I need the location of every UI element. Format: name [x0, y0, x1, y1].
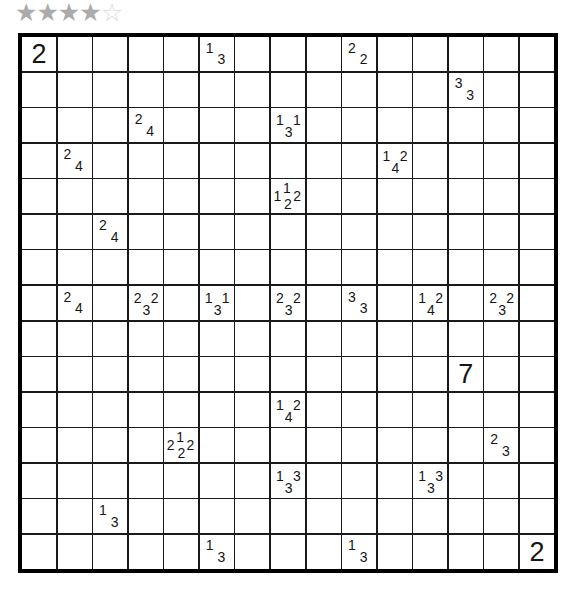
cell-r14c5	[164, 499, 198, 533]
cell-r4c5	[164, 144, 198, 178]
clue-digit: 4	[427, 303, 435, 317]
cell-r12c8	[271, 428, 305, 462]
cell-r7c11	[378, 250, 412, 284]
clue-cell-r1c1: 2	[22, 37, 56, 71]
cell-r7c9	[307, 250, 341, 284]
cell-r15c11	[378, 535, 412, 569]
clue-cell-r15c10: 13	[342, 535, 376, 569]
cell-r4c4	[129, 144, 163, 178]
cell-r7c10	[342, 250, 376, 284]
cell-r5c12	[413, 179, 447, 213]
clue-digit: 3	[435, 469, 443, 483]
clue-digit: 1	[206, 538, 214, 552]
cell-r5c7	[235, 179, 269, 213]
cell-r2c12	[413, 73, 447, 107]
cell-r8c1	[22, 286, 56, 320]
cell-r8c5	[164, 286, 198, 320]
clue-digit: 2	[151, 291, 159, 305]
cell-r15c1	[22, 535, 56, 569]
cell-r9c15	[520, 322, 554, 356]
clue-digit: 2	[293, 189, 301, 203]
cell-r7c13	[449, 250, 483, 284]
cell-r10c3	[93, 357, 127, 391]
cell-r12c10	[342, 428, 376, 462]
cell-r10c14	[484, 357, 518, 391]
clue-digit: 2	[489, 291, 497, 305]
clue-digit: 1	[276, 469, 284, 483]
cell-r11c3	[93, 393, 127, 427]
cell-r15c2	[58, 535, 92, 569]
clue-digit: 4	[75, 159, 83, 173]
cell-r14c10	[342, 499, 376, 533]
clue-digit: 3	[285, 303, 293, 317]
clue-cell-r4c11: 142	[378, 144, 412, 178]
cell-r1c8	[271, 37, 305, 71]
clue-digit: 2	[293, 398, 301, 412]
cell-r5c14	[484, 179, 518, 213]
clue-digit: 2	[135, 112, 143, 126]
clue-cell-r8c4: 232	[129, 286, 163, 320]
clue-digit: 3	[455, 76, 463, 90]
clue-cell-r15c15: 2	[520, 535, 554, 569]
cell-r14c12	[413, 499, 447, 533]
cell-r10c10	[342, 357, 376, 391]
clue-digit: 2	[177, 446, 185, 460]
cell-r9c2	[58, 322, 92, 356]
cell-r9c7	[235, 322, 269, 356]
cell-r7c1	[22, 250, 56, 284]
clue-digit: 2	[284, 197, 292, 211]
clue-digit: 4	[146, 124, 154, 138]
clue-digit: 1	[99, 503, 107, 517]
cell-r11c14	[484, 393, 518, 427]
clue-digit: 1	[418, 291, 426, 305]
cell-r2c4	[129, 73, 163, 107]
cell-r2c7	[235, 73, 269, 107]
cell-r3c6	[200, 108, 234, 142]
clue-digit: 1	[205, 291, 213, 305]
clue-digit: 2	[167, 438, 175, 452]
cell-r14c2	[58, 499, 92, 533]
clue-cell-r8c2: 24	[58, 286, 92, 320]
clue-digit: 1	[348, 538, 356, 552]
cell-r12c7	[235, 428, 269, 462]
cell-r4c9	[307, 144, 341, 178]
cell-r14c15	[520, 499, 554, 533]
cell-r10c1	[22, 357, 56, 391]
cell-r7c3	[93, 250, 127, 284]
cell-r12c11	[378, 428, 412, 462]
clue-digit: 1	[383, 149, 391, 163]
clue-cell-r3c4: 24	[129, 108, 163, 142]
cell-r3c12	[413, 108, 447, 142]
cell-r8c7	[235, 286, 269, 320]
cell-r1c15	[520, 37, 554, 71]
cell-r7c4	[129, 250, 163, 284]
cell-r6c15	[520, 215, 554, 249]
cell-r13c7	[235, 464, 269, 498]
clue-cell-r8c14: 232	[484, 286, 518, 320]
cell-r9c4	[129, 322, 163, 356]
cell-r12c15	[520, 428, 554, 462]
cell-r10c7	[235, 357, 269, 391]
cell-r13c2	[58, 464, 92, 498]
cell-r1c13	[449, 37, 483, 71]
clue-cell-r8c12: 142	[413, 286, 447, 320]
cell-r1c11	[378, 37, 412, 71]
cell-r15c12	[413, 535, 447, 569]
cell-r7c15	[520, 250, 554, 284]
star-empty-icon: ☆	[101, 0, 122, 27]
cell-r3c10	[342, 108, 376, 142]
difficulty-stars: ★★★★☆	[15, 0, 122, 29]
cell-r12c3	[93, 428, 127, 462]
clue-digit: 3	[360, 301, 368, 315]
clue-digit: 3	[498, 303, 506, 317]
cell-r10c15	[520, 357, 554, 391]
clue-cell-r10c13: 7	[449, 357, 483, 391]
cell-r9c3	[93, 322, 127, 356]
cell-r5c9	[307, 179, 341, 213]
cell-r15c5	[164, 535, 198, 569]
cell-r2c10	[342, 73, 376, 107]
clue-cell-r15c6: 13	[200, 535, 234, 569]
cell-r11c2	[58, 393, 92, 427]
cell-r4c13	[449, 144, 483, 178]
clue-digit: 4	[391, 161, 399, 175]
cell-r3c2	[58, 108, 92, 142]
cell-r5c4	[129, 179, 163, 213]
cell-r12c4	[129, 428, 163, 462]
clue-digit: 3	[427, 481, 435, 495]
cell-r3c3	[93, 108, 127, 142]
cell-r2c15	[520, 73, 554, 107]
cell-r11c6	[200, 393, 234, 427]
clue-cell-r12c14: 23	[484, 428, 518, 462]
cell-r2c9	[307, 73, 341, 107]
cell-r11c9	[307, 393, 341, 427]
clue-digit: 1	[176, 430, 184, 444]
cell-r2c14	[484, 73, 518, 107]
cell-r11c7	[235, 393, 269, 427]
cell-r6c12	[413, 215, 447, 249]
cell-r11c11	[378, 393, 412, 427]
cell-r4c6	[200, 144, 234, 178]
cell-r1c4	[129, 37, 163, 71]
star-filled-icon: ★	[36, 0, 57, 27]
cell-r10c5	[164, 357, 198, 391]
cell-r14c4	[129, 499, 163, 533]
star-filled-icon: ★	[58, 0, 79, 27]
clue-cell-r3c8: 131	[271, 108, 305, 142]
cell-r15c4	[129, 535, 163, 569]
cell-r1c7	[235, 37, 269, 71]
cell-r8c11	[378, 286, 412, 320]
clue-cell-r1c6: 13	[200, 37, 234, 71]
cell-r10c8	[271, 357, 305, 391]
cell-r7c5	[164, 250, 198, 284]
cell-r5c11	[378, 179, 412, 213]
cell-r14c13	[449, 499, 483, 533]
cell-r2c11	[378, 73, 412, 107]
clue-digit: 2	[276, 291, 284, 305]
clue-digit: 2	[64, 147, 72, 161]
cell-r14c14	[484, 499, 518, 533]
cell-r6c2	[58, 215, 92, 249]
cell-r6c8	[271, 215, 305, 249]
cell-r2c3	[93, 73, 127, 107]
cell-r12c2	[58, 428, 92, 462]
clue-digit: 3	[217, 52, 225, 66]
tapa-board: 2132233241312414211222424232131232331422…	[18, 33, 558, 573]
cell-r15c3	[93, 535, 127, 569]
clue-digit: 2	[64, 290, 72, 304]
clue-cell-r8c10: 33	[342, 286, 376, 320]
cell-r9c8	[271, 322, 305, 356]
cell-r12c6	[200, 428, 234, 462]
clue-digit: 2	[348, 41, 356, 55]
clue-digit: 1	[222, 291, 230, 305]
cell-r4c15	[520, 144, 554, 178]
cell-r12c12	[413, 428, 447, 462]
cell-r5c10	[342, 179, 376, 213]
cell-r13c9	[307, 464, 341, 498]
cell-r6c11	[378, 215, 412, 249]
cell-r7c2	[58, 250, 92, 284]
cell-r5c13	[449, 179, 483, 213]
cell-r15c8	[271, 535, 305, 569]
clue-digit: 2	[360, 52, 368, 66]
cell-r9c5	[164, 322, 198, 356]
cell-r9c12	[413, 322, 447, 356]
cell-r5c15	[520, 179, 554, 213]
cell-r10c11	[378, 357, 412, 391]
cell-r7c8	[271, 250, 305, 284]
clue-digit: 4	[285, 410, 293, 424]
clue-digit: 4	[111, 230, 119, 244]
cell-r13c13	[449, 464, 483, 498]
cell-r3c13	[449, 108, 483, 142]
clue-digit: 1	[293, 113, 301, 127]
clue-digit: 3	[217, 550, 225, 564]
clue-cell-r13c12: 133	[413, 464, 447, 498]
clue-cell-r14c3: 13	[93, 499, 127, 533]
cell-r3c11	[378, 108, 412, 142]
clue-digit: 1	[418, 469, 426, 483]
clue-digit: 1	[274, 189, 282, 203]
cell-r3c5	[164, 108, 198, 142]
cell-r4c7	[235, 144, 269, 178]
cell-r15c14	[484, 535, 518, 569]
cell-r2c6	[200, 73, 234, 107]
cell-r8c3	[93, 286, 127, 320]
cell-r10c6	[200, 357, 234, 391]
cell-r8c9	[307, 286, 341, 320]
cell-r14c8	[271, 499, 305, 533]
clue-digit: 2	[490, 432, 498, 446]
clue-cell-r4c2: 24	[58, 144, 92, 178]
clue-cell-r2c13: 33	[449, 73, 483, 107]
clue-cell-r11c8: 142	[271, 393, 305, 427]
clue-digit: 3	[293, 469, 301, 483]
cell-r9c11	[378, 322, 412, 356]
clue-digit: 3	[143, 303, 151, 317]
cell-r2c5	[164, 73, 198, 107]
cell-r9c9	[307, 322, 341, 356]
cell-r5c2	[58, 179, 92, 213]
cell-r14c9	[307, 499, 341, 533]
cell-r1c5	[164, 37, 198, 71]
cell-r10c4	[129, 357, 163, 391]
cell-r1c12	[413, 37, 447, 71]
star-filled-icon: ★	[15, 0, 36, 27]
cell-r2c2	[58, 73, 92, 107]
cell-r4c8	[271, 144, 305, 178]
clue-digit: 3	[214, 303, 222, 317]
cell-r9c13	[449, 322, 483, 356]
cell-r4c12	[413, 144, 447, 178]
cell-r3c7	[235, 108, 269, 142]
clue-digit: 3	[466, 88, 474, 102]
cell-r3c15	[520, 108, 554, 142]
clue-digit: 2	[187, 438, 195, 452]
cell-r6c13	[449, 215, 483, 249]
clue-digit: 1	[206, 41, 214, 55]
clue-digit: 2	[400, 149, 408, 163]
cell-r9c6	[200, 322, 234, 356]
cell-r6c6	[200, 215, 234, 249]
cell-r11c5	[164, 393, 198, 427]
clue-digit: 2	[99, 218, 107, 232]
cell-r6c1	[22, 215, 56, 249]
cell-r8c13	[449, 286, 483, 320]
cell-r11c13	[449, 393, 483, 427]
cell-r7c7	[235, 250, 269, 284]
cell-r13c10	[342, 464, 376, 498]
cell-r7c12	[413, 250, 447, 284]
cell-r15c13	[449, 535, 483, 569]
cell-r5c3	[93, 179, 127, 213]
cell-r8c15	[520, 286, 554, 320]
cell-r5c1	[22, 179, 56, 213]
clue-cell-r1c10: 22	[342, 37, 376, 71]
clue-cell-r13c8: 133	[271, 464, 305, 498]
cell-r5c5	[164, 179, 198, 213]
cell-r15c7	[235, 535, 269, 569]
cell-r2c8	[271, 73, 305, 107]
cell-r3c9	[307, 108, 341, 142]
cell-r13c15	[520, 464, 554, 498]
clue-digit: 1	[283, 181, 291, 195]
cell-r6c5	[164, 215, 198, 249]
cell-r5c6	[200, 179, 234, 213]
cell-r13c11	[378, 464, 412, 498]
cell-r12c13	[449, 428, 483, 462]
cell-r14c1	[22, 499, 56, 533]
clue-digit: 3	[111, 515, 119, 529]
clue-digit: 4	[75, 301, 83, 315]
cell-r13c1	[22, 464, 56, 498]
cell-r12c1	[22, 428, 56, 462]
cell-r10c9	[307, 357, 341, 391]
cell-r6c7	[235, 215, 269, 249]
cell-r14c6	[200, 499, 234, 533]
cell-r11c4	[129, 393, 163, 427]
clue-digit: 3	[502, 444, 510, 458]
clue-digit: 2	[506, 291, 514, 305]
clue-cell-r5c8: 1122	[271, 179, 305, 213]
cell-r6c10	[342, 215, 376, 249]
cell-r11c12	[413, 393, 447, 427]
cell-r9c1	[22, 322, 56, 356]
cell-r7c14	[484, 250, 518, 284]
cell-r1c3	[93, 37, 127, 71]
cell-r13c4	[129, 464, 163, 498]
cell-r4c3	[93, 144, 127, 178]
clue-digit: 3	[360, 550, 368, 564]
cell-r9c14	[484, 322, 518, 356]
cell-r15c9	[307, 535, 341, 569]
cell-r1c9	[307, 37, 341, 71]
clue-digit: 3	[285, 125, 293, 139]
cell-r3c1	[22, 108, 56, 142]
cell-r13c14	[484, 464, 518, 498]
cell-r2c1	[22, 73, 56, 107]
clue-digit: 2	[529, 539, 544, 566]
cell-r13c3	[93, 464, 127, 498]
clue-cell-r8c8: 232	[271, 286, 305, 320]
cell-r4c10	[342, 144, 376, 178]
cell-r10c2	[58, 357, 92, 391]
cell-r1c14	[484, 37, 518, 71]
cell-r4c1	[22, 144, 56, 178]
cell-r13c5	[164, 464, 198, 498]
cell-r6c9	[307, 215, 341, 249]
cell-r4c14	[484, 144, 518, 178]
clue-cell-r12c5: 1222	[164, 428, 198, 462]
cell-r11c1	[22, 393, 56, 427]
clue-cell-r8c6: 131	[200, 286, 234, 320]
clue-digit: 2	[32, 41, 47, 68]
clue-cell-r6c3: 24	[93, 215, 127, 249]
clue-digit: 2	[435, 291, 443, 305]
clue-digit: 7	[458, 361, 473, 388]
cell-r7c6	[200, 250, 234, 284]
cell-r6c4	[129, 215, 163, 249]
cell-r11c10	[342, 393, 376, 427]
cell-r6c14	[484, 215, 518, 249]
cell-r13c6	[200, 464, 234, 498]
cell-r1c2	[58, 37, 92, 71]
clue-digit: 2	[134, 291, 142, 305]
cell-r9c10	[342, 322, 376, 356]
clue-digit: 3	[285, 481, 293, 495]
cell-r10c12	[413, 357, 447, 391]
cell-r12c9	[307, 428, 341, 462]
clue-digit: 3	[348, 290, 356, 304]
clue-digit: 1	[276, 113, 284, 127]
cell-r14c7	[235, 499, 269, 533]
cell-r3c14	[484, 108, 518, 142]
clue-digit: 2	[293, 291, 301, 305]
cell-r11c15	[520, 393, 554, 427]
clue-digit: 1	[276, 398, 284, 412]
cell-r14c11	[378, 499, 412, 533]
star-filled-icon: ★	[79, 0, 100, 27]
